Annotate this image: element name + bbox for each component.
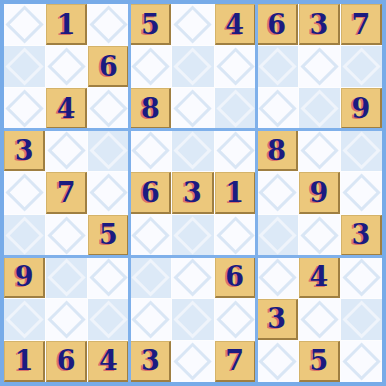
sudoku-cell-r8c8[interactable] bbox=[299, 299, 340, 340]
sudoku-cell-r6c9: 3 bbox=[341, 215, 382, 256]
given-digit: 9 bbox=[352, 95, 371, 122]
sudoku-cell-r2c6[interactable] bbox=[215, 46, 256, 87]
sudoku-cell-r6c4[interactable] bbox=[130, 215, 171, 256]
empty-cell-diamond-icon bbox=[258, 90, 296, 128]
empty-cell-diamond-icon bbox=[216, 216, 254, 254]
sudoku-cell-r2c4[interactable] bbox=[130, 46, 171, 87]
given-digit: 9 bbox=[309, 179, 328, 206]
given-digit: 3 bbox=[267, 305, 286, 332]
sudoku-cell-r9c7[interactable] bbox=[257, 341, 298, 382]
sudoku-cell-r6c1[interactable] bbox=[4, 215, 45, 256]
sudoku-cell-r9c9[interactable] bbox=[341, 341, 382, 382]
sudoku-cell-r7c8: 4 bbox=[299, 257, 340, 298]
sudoku-cell-r7c2[interactable] bbox=[46, 257, 87, 298]
empty-cell-diamond-icon bbox=[258, 47, 296, 85]
given-digit: 4 bbox=[99, 347, 118, 374]
sudoku-cell-r3c7[interactable] bbox=[257, 88, 298, 129]
empty-cell-diamond-icon bbox=[47, 132, 85, 170]
sudoku-cell-r3c4: 8 bbox=[130, 88, 171, 129]
empty-cell-diamond-icon bbox=[258, 258, 296, 296]
sudoku-board: 15463764893876319539643164375 bbox=[0, 0, 386, 386]
sudoku-cell-r6c7[interactable] bbox=[257, 215, 298, 256]
empty-cell-diamond-icon bbox=[258, 342, 296, 380]
sudoku-cell-r5c2: 7 bbox=[46, 172, 87, 213]
sudoku-cell-r6c2[interactable] bbox=[46, 215, 87, 256]
empty-cell-diamond-icon bbox=[132, 258, 170, 296]
sudoku-cell-r2c7[interactable] bbox=[257, 46, 298, 87]
sudoku-cell-r8c7: 3 bbox=[257, 299, 298, 340]
empty-cell-diamond-icon bbox=[216, 132, 254, 170]
sudoku-cell-r4c6[interactable] bbox=[215, 130, 256, 171]
given-digit: 7 bbox=[352, 11, 371, 38]
empty-cell-diamond-icon bbox=[47, 258, 85, 296]
empty-cell-diamond-icon bbox=[174, 300, 212, 338]
sudoku-cell-r4c4[interactable] bbox=[130, 130, 171, 171]
empty-cell-diamond-icon bbox=[216, 47, 254, 85]
given-digit: 6 bbox=[141, 179, 160, 206]
empty-cell-diamond-icon bbox=[5, 300, 43, 338]
sudoku-cell-r8c9[interactable] bbox=[341, 299, 382, 340]
given-digit: 8 bbox=[141, 95, 160, 122]
empty-cell-diamond-icon bbox=[174, 132, 212, 170]
sudoku-cell-r5c6: 1 bbox=[215, 172, 256, 213]
empty-cell-diamond-icon bbox=[47, 216, 85, 254]
sudoku-cell-r1c1[interactable] bbox=[4, 4, 45, 45]
sudoku-cell-r5c5: 3 bbox=[172, 172, 213, 213]
sudoku-cell-r4c1: 3 bbox=[4, 130, 45, 171]
empty-cell-diamond-icon bbox=[47, 300, 85, 338]
given-digit: 4 bbox=[225, 11, 244, 38]
given-digit: 1 bbox=[57, 11, 76, 38]
sudoku-cell-r4c9[interactable] bbox=[341, 130, 382, 171]
empty-cell-diamond-icon bbox=[47, 47, 85, 85]
sudoku-cell-r9c4: 3 bbox=[130, 341, 171, 382]
given-digit: 6 bbox=[225, 263, 244, 290]
box-separator-vertical-1 bbox=[128, 4, 131, 382]
empty-cell-diamond-icon bbox=[132, 132, 170, 170]
sudoku-cell-r3c9: 9 bbox=[341, 88, 382, 129]
empty-cell-diamond-icon bbox=[300, 300, 338, 338]
given-digit: 1 bbox=[225, 179, 244, 206]
empty-cell-diamond-icon bbox=[174, 5, 212, 43]
empty-cell-diamond-icon bbox=[342, 342, 380, 380]
sudoku-cell-r1c6: 4 bbox=[215, 4, 256, 45]
sudoku-cell-r9c6: 7 bbox=[215, 341, 256, 382]
empty-cell-diamond-icon bbox=[174, 47, 212, 85]
sudoku-cell-r3c8[interactable] bbox=[299, 88, 340, 129]
sudoku-cell-r2c8[interactable] bbox=[299, 46, 340, 87]
empty-cell-diamond-icon bbox=[300, 47, 338, 85]
empty-cell-diamond-icon bbox=[132, 300, 170, 338]
empty-cell-diamond-icon bbox=[174, 90, 212, 128]
sudoku-cell-r5c4: 6 bbox=[130, 172, 171, 213]
empty-cell-diamond-icon bbox=[300, 216, 338, 254]
sudoku-cell-r1c8: 3 bbox=[299, 4, 340, 45]
sudoku-cell-r4c3[interactable] bbox=[88, 130, 129, 171]
sudoku-cell-r7c5[interactable] bbox=[172, 257, 213, 298]
sudoku-cell-r3c6[interactable] bbox=[215, 88, 256, 129]
given-digit: 8 bbox=[267, 137, 286, 164]
empty-cell-diamond-icon bbox=[342, 132, 380, 170]
sudoku-cell-r7c1: 9 bbox=[4, 257, 45, 298]
sudoku-cell-r2c9[interactable] bbox=[341, 46, 382, 87]
sudoku-cell-r7c7[interactable] bbox=[257, 257, 298, 298]
sudoku-cell-r1c5[interactable] bbox=[172, 4, 213, 45]
given-digit: 3 bbox=[15, 137, 34, 164]
sudoku-cell-r4c7: 8 bbox=[257, 130, 298, 171]
empty-cell-diamond-icon bbox=[132, 47, 170, 85]
sudoku-cell-r3c2: 4 bbox=[46, 88, 87, 129]
box-separator-horizontal-2 bbox=[4, 255, 382, 258]
given-digit: 3 bbox=[183, 179, 202, 206]
empty-cell-diamond-icon bbox=[90, 300, 128, 338]
sudoku-cell-r6c8[interactable] bbox=[299, 215, 340, 256]
sudoku-cell-r7c9[interactable] bbox=[341, 257, 382, 298]
sudoku-cell-r9c8: 5 bbox=[299, 341, 340, 382]
sudoku-cell-r1c3[interactable] bbox=[88, 4, 129, 45]
empty-cell-diamond-icon bbox=[342, 174, 380, 212]
given-digit: 3 bbox=[352, 221, 371, 248]
given-digit: 3 bbox=[309, 11, 328, 38]
empty-cell-diamond-icon bbox=[300, 90, 338, 128]
sudoku-cell-r2c1[interactable] bbox=[4, 46, 45, 87]
empty-cell-diamond-icon bbox=[174, 258, 212, 296]
sudoku-cell-r1c4: 5 bbox=[130, 4, 171, 45]
empty-cell-diamond-icon bbox=[5, 90, 43, 128]
sudoku-cell-r9c2: 6 bbox=[46, 341, 87, 382]
given-digit: 6 bbox=[57, 347, 76, 374]
sudoku-cell-r3c3[interactable] bbox=[88, 88, 129, 129]
sudoku-cell-r6c5[interactable] bbox=[172, 215, 213, 256]
sudoku-cell-r7c6: 6 bbox=[215, 257, 256, 298]
sudoku-cell-r7c4[interactable] bbox=[130, 257, 171, 298]
sudoku-cell-r5c7[interactable] bbox=[257, 172, 298, 213]
sudoku-cell-r2c5[interactable] bbox=[172, 46, 213, 87]
sudoku-cell-r4c5[interactable] bbox=[172, 130, 213, 171]
sudoku-cell-r8c3[interactable] bbox=[88, 299, 129, 340]
given-digit: 6 bbox=[267, 11, 286, 38]
given-digit: 9 bbox=[15, 263, 34, 290]
given-digit: 5 bbox=[141, 11, 160, 38]
empty-cell-diamond-icon bbox=[258, 216, 296, 254]
sudoku-cell-r9c5[interactable] bbox=[172, 341, 213, 382]
sudoku-cell-r7c3[interactable] bbox=[88, 257, 129, 298]
sudoku-cell-r6c3: 5 bbox=[88, 215, 129, 256]
given-digit: 7 bbox=[57, 179, 76, 206]
empty-cell-diamond-icon bbox=[216, 90, 254, 128]
empty-cell-diamond-icon bbox=[342, 300, 380, 338]
sudoku-cell-r5c8: 9 bbox=[299, 172, 340, 213]
empty-cell-diamond-icon bbox=[132, 216, 170, 254]
sudoku-cell-r3c5[interactable] bbox=[172, 88, 213, 129]
empty-cell-diamond-icon bbox=[216, 300, 254, 338]
sudoku-cell-r2c3: 6 bbox=[88, 46, 129, 87]
box-separator-horizontal-1 bbox=[4, 128, 382, 131]
sudoku-cell-r1c2: 1 bbox=[46, 4, 87, 45]
empty-cell-diamond-icon bbox=[258, 174, 296, 212]
sudoku-cell-r8c4[interactable] bbox=[130, 299, 171, 340]
empty-cell-diamond-icon bbox=[90, 90, 128, 128]
given-digit: 6 bbox=[99, 53, 118, 80]
empty-cell-diamond-icon bbox=[90, 174, 128, 212]
sudoku-grid: 15463764893876319539643164375 bbox=[4, 4, 382, 382]
sudoku-cell-r8c1[interactable] bbox=[4, 299, 45, 340]
empty-cell-diamond-icon bbox=[5, 47, 43, 85]
empty-cell-diamond-icon bbox=[174, 216, 212, 254]
box-separator-vertical-2 bbox=[255, 4, 258, 382]
sudoku-cell-r9c1: 1 bbox=[4, 341, 45, 382]
sudoku-cell-r8c6[interactable] bbox=[215, 299, 256, 340]
sudoku-cell-r9c3: 4 bbox=[88, 341, 129, 382]
given-digit: 5 bbox=[99, 221, 118, 248]
sudoku-cell-r3c1[interactable] bbox=[4, 88, 45, 129]
empty-cell-diamond-icon bbox=[90, 132, 128, 170]
sudoku-cell-r5c1[interactable] bbox=[4, 172, 45, 213]
given-digit: 7 bbox=[225, 347, 244, 374]
sudoku-cell-r1c7: 6 bbox=[257, 4, 298, 45]
empty-cell-diamond-icon bbox=[342, 47, 380, 85]
given-digit: 5 bbox=[309, 347, 328, 374]
sudoku-cell-r4c8[interactable] bbox=[299, 130, 340, 171]
sudoku-cell-r4c2[interactable] bbox=[46, 130, 87, 171]
empty-cell-diamond-icon bbox=[5, 216, 43, 254]
empty-cell-diamond-icon bbox=[300, 132, 338, 170]
empty-cell-diamond-icon bbox=[342, 258, 380, 296]
sudoku-cell-r8c5[interactable] bbox=[172, 299, 213, 340]
sudoku-cell-r6c6[interactable] bbox=[215, 215, 256, 256]
empty-cell-diamond-icon bbox=[90, 258, 128, 296]
sudoku-cell-r2c2[interactable] bbox=[46, 46, 87, 87]
given-digit: 4 bbox=[57, 95, 76, 122]
given-digit: 1 bbox=[15, 347, 34, 374]
empty-cell-diamond-icon bbox=[5, 174, 43, 212]
empty-cell-diamond-icon bbox=[5, 5, 43, 43]
sudoku-cell-r8c2[interactable] bbox=[46, 299, 87, 340]
empty-cell-diamond-icon bbox=[174, 342, 212, 380]
sudoku-cell-r1c9: 7 bbox=[341, 4, 382, 45]
sudoku-cell-r5c9[interactable] bbox=[341, 172, 382, 213]
empty-cell-diamond-icon bbox=[90, 5, 128, 43]
given-digit: 4 bbox=[309, 263, 328, 290]
given-digit: 3 bbox=[141, 347, 160, 374]
sudoku-cell-r5c3[interactable] bbox=[88, 172, 129, 213]
